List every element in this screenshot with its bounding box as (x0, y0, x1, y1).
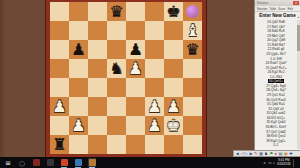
square-d2[interactable] (107, 116, 126, 135)
piece-black-knight[interactable]: ♞ (109, 59, 123, 78)
panel-header: Enter New Game (255, 12, 300, 18)
square-f1[interactable] (145, 135, 164, 154)
piece-black-pawn[interactable]: ♟ (71, 40, 85, 59)
tray-icons[interactable]: ▭ ◖ (268, 161, 274, 165)
square-c6[interactable] (88, 40, 107, 59)
square-e4[interactable] (126, 78, 145, 97)
square-d4[interactable] (107, 78, 126, 97)
list-icon[interactable]: ▤ (279, 151, 283, 156)
square-e2[interactable] (126, 116, 145, 135)
square-a8[interactable] (50, 2, 69, 21)
square-h3[interactable] (183, 97, 202, 116)
square-h1[interactable] (183, 135, 202, 154)
board-app-icon (89, 159, 96, 166)
nav-prev-icon[interactable]: ◁ (240, 151, 243, 156)
square-d5[interactable]: ♞ (107, 59, 126, 78)
square-f3[interactable]: ♟ (145, 97, 164, 116)
square-c1[interactable] (88, 135, 107, 154)
piece-white-pawn[interactable]: ♟ (166, 97, 180, 116)
square-a3[interactable]: ♟ (50, 97, 69, 116)
square-b4[interactable] (69, 78, 88, 97)
square-d1[interactable] (107, 135, 126, 154)
desktop: ♛♚♝♟♟♛♞♟♟♟♟♟♟♚♜ Notation ✕ NotationTable… (0, 0, 300, 168)
square-a5[interactable] (50, 59, 69, 78)
nav-last-icon[interactable]: ▶ (249, 151, 252, 156)
highlight-marker-h8 (186, 5, 199, 18)
tray-arrow-icon[interactable]: ∧ (263, 161, 266, 165)
piece-white-king[interactable]: ♚ (166, 116, 180, 135)
square-c4[interactable] (88, 78, 107, 97)
taskbar-apps: ⊞ ◯ (0, 158, 96, 167)
chess-board-frame: ♛♚♝♟♟♛♞♟♟♟♟♟♟♚♜ (46, 0, 206, 158)
square-g4[interactable] (164, 78, 183, 97)
square-c7[interactable] (88, 21, 107, 40)
search-icon[interactable]: ◯ (18, 158, 26, 167)
taskbar-app-app-red-dark[interactable] (32, 158, 40, 167)
square-e7[interactable] (126, 21, 145, 40)
square-b1[interactable] (69, 135, 88, 154)
move-list-scrollbar[interactable]: ▲ (297, 20, 300, 149)
scrollbar-thumb[interactable] (297, 25, 300, 51)
record-icon[interactable]: ● (275, 151, 278, 156)
piece-black-queen[interactable]: ♛ (109, 2, 123, 21)
square-a6[interactable] (50, 40, 69, 59)
piece-white-pawn[interactable]: ♟ (128, 59, 142, 78)
plus-icon[interactable]: ✚ (289, 151, 293, 156)
square-e1[interactable] (126, 135, 145, 154)
square-e5[interactable]: ♟ (126, 59, 145, 78)
square-g1[interactable] (164, 135, 183, 154)
piece-black-rook[interactable]: ♜ (52, 135, 66, 154)
chess-app-icon (61, 159, 68, 166)
piece-white-pawn[interactable]: ♟ (147, 116, 161, 135)
square-b3[interactable] (69, 97, 88, 116)
nav-next-icon[interactable]: ▷ (245, 151, 248, 156)
menu-item-score[interactable]: Score (278, 7, 285, 11)
square-g7[interactable] (164, 21, 183, 40)
taskbar: ⊞ ◯ ∧ ▭ ◖ 9:41 PM 6/14/2018 (0, 157, 300, 168)
taskbar-clock[interactable]: 9:41 PM 6/14/2018 (277, 159, 290, 166)
file-explorer-icon (75, 159, 82, 166)
square-d6[interactable] (107, 40, 126, 59)
square-e3[interactable] (126, 97, 145, 116)
square-f7[interactable] (145, 21, 164, 40)
square-c3[interactable] (88, 97, 107, 116)
square-h8[interactable] (183, 2, 202, 21)
square-b5[interactable] (69, 59, 88, 78)
piece-white-bishop[interactable]: ♝ (185, 21, 199, 40)
square-c5[interactable] (88, 59, 107, 78)
piece-black-pawn[interactable]: ♟ (128, 40, 142, 59)
square-b7[interactable] (69, 21, 88, 40)
square-d3[interactable] (107, 97, 126, 116)
square-h2[interactable] (183, 116, 202, 135)
panel-title: Notation (257, 1, 268, 5)
chess-board[interactable]: ♛♚♝♟♟♛♞♟♟♟♟♟♟♚♜ (50, 2, 202, 154)
app-red-dark-icon (33, 159, 40, 166)
square-e6[interactable]: ♟ (126, 40, 145, 59)
square-b6[interactable]: ♟ (69, 40, 88, 59)
square-f5[interactable] (145, 59, 164, 78)
close-icon[interactable]: ✕ (293, 1, 299, 5)
system-tray: ∧ ▭ ◖ 9:41 PM 6/14/2018 (263, 159, 300, 167)
square-g5[interactable] (164, 59, 183, 78)
piece-white-pawn[interactable]: ♟ (71, 116, 85, 135)
edit-icon[interactable]: ✎ (254, 151, 258, 156)
square-b8[interactable] (69, 2, 88, 21)
move-list[interactable]: 16.Qd2 Rd817.Rd1 Qb718.Nd4 Rc819.Nb5 Qd7… (256, 20, 296, 149)
square-f8[interactable] (145, 2, 164, 21)
square-a4[interactable] (50, 78, 69, 97)
square-d8[interactable]: ♛ (107, 2, 126, 21)
square-f4[interactable] (145, 78, 164, 97)
knight-icon[interactable]: ♞ (264, 151, 268, 156)
taskbar-app-chess-app[interactable] (60, 158, 68, 167)
piece-black-queen[interactable]: ♛ (185, 40, 199, 59)
app-gray-icon (47, 159, 54, 166)
menu-item-table[interactable]: Table (269, 7, 276, 11)
square-h4[interactable] (183, 78, 202, 97)
taskbar-app-app-gray[interactable] (46, 158, 54, 167)
square-e8[interactable] (126, 2, 145, 21)
square-g8[interactable]: ♚ (164, 2, 183, 21)
taskbar-app-board-app[interactable] (88, 158, 96, 167)
square-f6[interactable] (145, 40, 164, 59)
square-g3[interactable]: ♟ (164, 97, 183, 116)
square-c2[interactable] (88, 116, 107, 135)
show-desktop-button[interactable] (293, 159, 296, 167)
move-line[interactable]: 0-1 (256, 143, 296, 148)
square-g2[interactable]: ♚ (164, 116, 183, 135)
clock-date: 6/14/2018 (277, 163, 290, 166)
square-h5[interactable] (183, 59, 202, 78)
menu-item-refs[interactable]: Refs (287, 7, 293, 11)
board-icon[interactable]: ▦ (259, 151, 263, 156)
square-b2[interactable]: ♟ (69, 116, 88, 135)
start-icon[interactable]: ⊞ (4, 158, 12, 167)
square-f2[interactable]: ♟ (145, 116, 164, 135)
panel-bottom-toolbar: ◀◁▷▶✎▦♞⚑●▤▣✚ (233, 150, 300, 157)
square-h6[interactable]: ♛ (183, 40, 202, 59)
menu-item-notation[interactable]: Notation (257, 7, 267, 11)
scroll-up-icon[interactable]: ▲ (297, 16, 300, 20)
flag-icon[interactable]: ⚑ (269, 151, 273, 156)
square-g6[interactable] (164, 40, 183, 59)
piece-black-king[interactable]: ♚ (166, 2, 180, 21)
square-h7[interactable]: ♝ (183, 21, 202, 40)
piece-white-pawn[interactable]: ♟ (52, 97, 66, 116)
piece-white-pawn[interactable]: ♟ (147, 97, 161, 116)
nav-first-icon[interactable]: ◀ (236, 151, 239, 156)
taskbar-app-file-explorer[interactable] (74, 158, 82, 167)
square-a1[interactable]: ♜ (50, 135, 69, 154)
square-a2[interactable] (50, 116, 69, 135)
save-icon[interactable]: ▣ (284, 151, 288, 156)
panel-title-bar[interactable]: Notation ✕ (255, 0, 300, 6)
square-d7[interactable] (107, 21, 126, 40)
notation-panel: Notation ✕ NotationTableScoreRefs Enter … (254, 0, 300, 157)
square-c8[interactable] (88, 2, 107, 21)
square-a7[interactable] (50, 21, 69, 40)
